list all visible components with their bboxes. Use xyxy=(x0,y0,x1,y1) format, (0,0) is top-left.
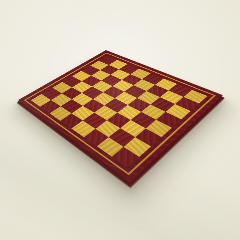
table-surface xyxy=(0,0,240,240)
chess-board xyxy=(18,50,223,182)
board-grid xyxy=(31,56,208,168)
